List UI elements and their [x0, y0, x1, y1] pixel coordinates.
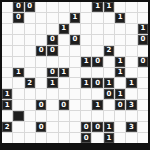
cell-r13c9[interactable] [92, 133, 102, 143]
cell-r8c2[interactable] [13, 78, 23, 88]
cell-r5c1[interactable] [2, 46, 12, 56]
cell-r13c10: 1 [104, 133, 114, 143]
cell-r11c3[interactable] [25, 111, 35, 121]
cell-r2c4[interactable] [36, 13, 46, 23]
cell-r7c6: 1 [59, 68, 69, 78]
cell-r12c7[interactable] [70, 122, 80, 132]
cell-r13c13[interactable] [138, 133, 148, 143]
cell-r6c10[interactable] [104, 57, 114, 67]
cell-r5c12[interactable] [126, 46, 136, 56]
cell-r5c13[interactable] [138, 46, 148, 56]
cell-r2c12[interactable] [126, 13, 136, 23]
cell-r7c7[interactable] [70, 68, 80, 78]
cell-r3c9[interactable] [92, 24, 102, 34]
cell-r12c5[interactable] [47, 122, 57, 132]
cell-r13c5[interactable] [47, 133, 57, 143]
cell-r6c2[interactable] [13, 57, 23, 67]
cell-r2c3[interactable] [25, 13, 35, 23]
cell-r11c8[interactable] [81, 111, 91, 121]
cell-r1c13[interactable] [138, 2, 148, 12]
cell-r13c6[interactable] [59, 133, 69, 143]
cell-r8c10: 1 [104, 78, 114, 88]
cell-r6c13: 0 [138, 57, 148, 67]
cell-r1c7[interactable] [70, 2, 80, 12]
cell-r9c13[interactable] [138, 89, 148, 99]
cell-r9c2[interactable] [13, 89, 23, 99]
cell-r7c1[interactable] [2, 68, 12, 78]
cell-r9c8[interactable] [81, 89, 91, 99]
cell-r10c1: 1 [2, 100, 12, 110]
cell-r6c8: 1 [81, 57, 91, 67]
cell-r7c9[interactable] [92, 68, 102, 78]
cell-r10c11: 0 [115, 100, 125, 110]
cell-r8c6[interactable] [59, 78, 69, 88]
cell-r4c4[interactable] [36, 35, 46, 45]
cell-r12c11[interactable] [115, 122, 125, 132]
cell-r7c4[interactable] [36, 68, 46, 78]
cell-r5c8[interactable] [81, 46, 91, 56]
cell-r3c13: 1 [138, 24, 148, 34]
cell-r8c4[interactable] [36, 78, 46, 88]
cell-r1c12[interactable] [126, 2, 136, 12]
cell-r13c7[interactable] [70, 133, 80, 143]
cell-r11c10[interactable] [104, 111, 114, 121]
cell-r2c6[interactable] [59, 13, 69, 23]
cell-r6c12[interactable] [126, 57, 136, 67]
cell-r11c2 [13, 111, 23, 121]
cell-r13c12[interactable] [126, 133, 136, 143]
cell-r11c6[interactable] [59, 111, 69, 121]
cell-r10c2[interactable] [13, 100, 23, 110]
cell-r2c13[interactable] [138, 13, 148, 23]
cell-r7c11: 1 [115, 68, 125, 78]
cell-r9c3[interactable] [25, 89, 35, 99]
cell-r12c6[interactable] [59, 122, 69, 132]
cell-r4c13: 0 [138, 35, 148, 45]
cell-r4c11[interactable] [115, 35, 125, 45]
cell-r2c8[interactable] [81, 13, 91, 23]
cell-r5c6[interactable] [59, 46, 69, 56]
cell-r2c2: 0 [13, 13, 23, 23]
akari-board-frame: 0011011110000021010101121101110110010320… [0, 0, 150, 150]
cell-r6c6[interactable] [59, 57, 69, 67]
cell-r9c5[interactable] [47, 89, 57, 99]
cell-r5c2[interactable] [13, 46, 23, 56]
cell-r6c5[interactable] [47, 57, 57, 67]
cell-r9c4[interactable] [36, 89, 46, 99]
cell-r4c7: 0 [70, 35, 80, 45]
cell-r1c11[interactable] [115, 2, 125, 12]
cell-r3c7[interactable] [70, 24, 80, 34]
cell-r12c4: 0 [36, 122, 46, 132]
cell-r3c11[interactable] [115, 24, 125, 34]
cell-r2c1[interactable] [2, 13, 12, 23]
cell-r10c13[interactable] [138, 100, 148, 110]
cell-r4c2[interactable] [13, 35, 23, 45]
cell-r4c5: 0 [47, 35, 57, 45]
cell-r11c11[interactable] [115, 111, 125, 121]
cell-r10c3[interactable] [25, 100, 35, 110]
cell-r9c12[interactable] [126, 89, 136, 99]
cell-r1c3: 0 [25, 2, 35, 12]
cell-r8c11[interactable] [115, 78, 125, 88]
cell-r3c12[interactable] [126, 24, 136, 34]
cell-r12c9: 0 [92, 122, 102, 132]
cell-r9c9[interactable] [92, 89, 102, 99]
cell-r4c10[interactable] [104, 35, 114, 45]
cell-r5c5: 0 [47, 46, 57, 56]
cell-r8c8: 1 [81, 78, 91, 88]
cell-r13c1[interactable] [2, 133, 12, 143]
cell-r12c10: 1 [104, 122, 114, 132]
cell-r10c6: 0 [59, 100, 69, 110]
cell-r10c7[interactable] [70, 100, 80, 110]
cell-r2c11: 1 [115, 13, 125, 23]
cell-r8c5: 1 [47, 78, 57, 88]
cell-r6c4[interactable] [36, 57, 46, 67]
cell-r3c3[interactable] [25, 24, 35, 34]
cell-r3c5[interactable] [47, 24, 57, 34]
cell-r5c11[interactable] [115, 46, 125, 56]
cell-r6c3[interactable] [25, 57, 35, 67]
cell-r3c2[interactable] [13, 24, 23, 34]
cell-r10c4: 0 [36, 100, 46, 110]
cell-r1c2: 0 [13, 2, 23, 12]
cell-r7c8[interactable] [81, 68, 91, 78]
cell-r6c11: 1 [115, 57, 125, 67]
cell-r13c4[interactable] [36, 133, 46, 143]
cell-r9c11: 1 [115, 89, 125, 99]
cell-r13c2[interactable] [13, 133, 23, 143]
cell-r1c8[interactable] [81, 2, 91, 12]
cell-r1c5[interactable] [47, 2, 57, 12]
cell-r4c9[interactable] [92, 35, 102, 45]
cell-r5c3[interactable] [25, 46, 35, 56]
cell-r1c9: 1 [92, 2, 102, 12]
cell-r2c7: 1 [70, 13, 80, 23]
cell-r5c9[interactable] [92, 46, 102, 56]
akari-board: 0011011110000021010101121101110110010320… [2, 2, 148, 143]
cell-r7c3[interactable] [25, 68, 35, 78]
cell-r3c4[interactable] [36, 24, 46, 34]
cell-r8c12: 1 [126, 78, 136, 88]
cell-r11c12[interactable] [126, 111, 136, 121]
cell-r3c6: 1 [59, 24, 69, 34]
cell-r5c4: 0 [36, 46, 46, 56]
cell-r9c6[interactable] [59, 89, 69, 99]
cell-r1c10: 1 [104, 2, 114, 12]
cell-r4c6[interactable] [59, 35, 69, 45]
cell-r4c3[interactable] [25, 35, 35, 45]
cell-r11c5[interactable] [47, 111, 57, 121]
cell-r2c5[interactable] [47, 13, 57, 23]
cell-r9c7[interactable] [70, 89, 80, 99]
cell-r6c1[interactable] [2, 57, 12, 67]
cell-r7c5: 0 [47, 68, 57, 78]
cell-r2c9[interactable] [92, 13, 102, 23]
cell-r7c12[interactable] [126, 68, 136, 78]
cell-r12c8: 0 [81, 122, 91, 132]
cell-r11c9[interactable] [92, 111, 102, 121]
cell-r13c11[interactable] [115, 133, 125, 143]
cell-r6c9: 0 [92, 57, 102, 67]
cell-r8c3: 2 [25, 78, 35, 88]
cell-r4c1[interactable] [2, 35, 12, 45]
cell-r12c2[interactable] [13, 122, 23, 132]
cell-r7c10[interactable] [104, 68, 114, 78]
cell-r11c7[interactable] [70, 111, 80, 121]
cell-r3c10[interactable] [104, 24, 114, 34]
cell-r11c1[interactable] [2, 111, 12, 121]
cell-r7c2: 1 [13, 68, 23, 78]
cell-r8c9: 0 [92, 78, 102, 88]
cell-r10c10[interactable] [104, 100, 114, 110]
cell-r6c7[interactable] [70, 57, 80, 67]
cell-r13c8: 0 [81, 133, 91, 143]
cell-r11c13[interactable] [138, 111, 148, 121]
cell-r12c1: 2 [2, 122, 12, 132]
cell-r3c1[interactable] [2, 24, 12, 34]
cell-r10c12: 3 [126, 100, 136, 110]
cell-r12c3[interactable] [25, 122, 35, 132]
cell-r8c1[interactable] [2, 78, 12, 88]
cell-r7c13[interactable] [138, 68, 148, 78]
cell-r11c4[interactable] [36, 111, 46, 121]
cell-r8c13[interactable] [138, 78, 148, 88]
cell-r3c8[interactable] [81, 24, 91, 34]
cell-r10c5[interactable] [47, 100, 57, 110]
cell-r9c1: 1 [2, 89, 12, 99]
cell-r10c9: 1 [92, 100, 102, 110]
cell-r12c12: 3 [126, 122, 136, 132]
cell-r2c10[interactable] [104, 13, 114, 23]
cell-r1c6[interactable] [59, 2, 69, 12]
cell-r8c7[interactable] [70, 78, 80, 88]
cell-r1c4[interactable] [36, 2, 46, 12]
cell-r5c7[interactable] [70, 46, 80, 56]
cell-r12c13[interactable] [138, 122, 148, 132]
cell-r13c3[interactable] [25, 133, 35, 143]
cell-r4c8[interactable] [81, 35, 91, 45]
cell-r1c1[interactable] [2, 2, 12, 12]
cell-r10c8[interactable] [81, 100, 91, 110]
cell-r5c10: 2 [104, 46, 114, 56]
cell-r4c12[interactable] [126, 35, 136, 45]
cell-r9c10: 0 [104, 89, 114, 99]
